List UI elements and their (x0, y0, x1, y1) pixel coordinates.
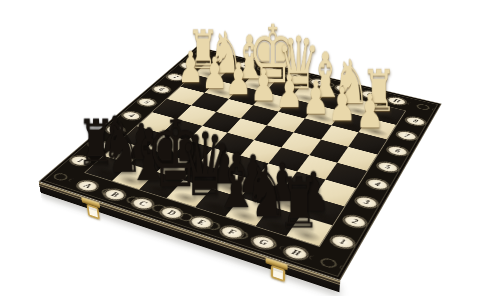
rank-label-medallion: 6 (151, 85, 171, 94)
white-pawn: ♟ (226, 57, 253, 101)
white-pawn: ♟ (356, 87, 384, 134)
rank-label-medallion: 7 (396, 130, 417, 141)
chess-board: ABCDEFGH ABCDEFGH 87654321 87654321 ♜♞♝♚… (39, 46, 442, 280)
rank-label-medallion: 3 (355, 195, 379, 209)
white-pawn: ♟ (178, 45, 204, 88)
white-pawn: ♟ (329, 81, 357, 127)
white-pawn: ♟ (201, 51, 227, 94)
rank-label-medallion: 8 (405, 116, 426, 126)
rank-label-medallion: 1 (330, 234, 355, 249)
rank-label-medallion: 4 (366, 178, 389, 191)
rank-label-medallion: 6 (387, 145, 409, 156)
rank-label-medallion: 5 (377, 161, 399, 173)
rank-label-medallion: 2 (343, 214, 368, 228)
file-label-medallion: B (103, 188, 128, 201)
scene: ABCDEFGH ABCDEFGH 87654321 87654321 ♜♞♝♚… (0, 0, 480, 296)
file-label-medallion: G (251, 235, 277, 250)
file-label-medallion: H (283, 245, 309, 261)
brass-clasp (265, 258, 287, 281)
white-pawn: ♟ (276, 69, 303, 114)
product-photo: ABCDEFGH ABCDEFGH 87654321 87654321 ♜♞♝♚… (0, 0, 480, 296)
black-rook: ♜ (278, 169, 320, 238)
file-label-medallion: E (189, 215, 214, 229)
file-label-medallion: A (76, 179, 100, 192)
white-pawn: ♟ (250, 63, 277, 107)
white-pawn: ♟ (302, 75, 330, 121)
file-label-medallion: F (219, 225, 245, 240)
brass-clasp (81, 197, 101, 218)
